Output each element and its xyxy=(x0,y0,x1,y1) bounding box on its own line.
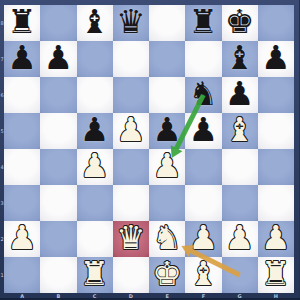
square-b6[interactable] xyxy=(40,77,76,113)
rank-label-1: 1 xyxy=(0,273,4,278)
white-pawn[interactable]: ♟ xyxy=(116,112,146,148)
square-a3[interactable] xyxy=(4,185,40,221)
square-d1[interactable] xyxy=(113,257,149,293)
square-c5[interactable]: ♟ xyxy=(77,113,113,149)
square-g6[interactable]: ♟ xyxy=(222,77,258,113)
square-a8[interactable]: ♜ xyxy=(4,5,40,41)
white-bishop[interactable]: ♝ xyxy=(225,112,255,148)
square-f1[interactable]: ♝ xyxy=(185,257,221,293)
white-king[interactable]: ♚ xyxy=(152,256,182,292)
black-bishop[interactable]: ♝ xyxy=(80,4,110,40)
square-h2[interactable]: ♟ xyxy=(258,221,294,257)
file-label-b: B xyxy=(56,294,60,299)
rank-label-5: 5 xyxy=(0,129,4,134)
file-label-c: C xyxy=(93,294,97,299)
square-h4[interactable] xyxy=(258,149,294,185)
square-d3[interactable] xyxy=(113,185,149,221)
square-d4[interactable] xyxy=(113,149,149,185)
square-d5[interactable]: ♟ xyxy=(113,113,149,149)
square-f6[interactable]: ♞ xyxy=(185,77,221,113)
file-label-g: G xyxy=(238,294,242,299)
square-f2[interactable]: ♟ xyxy=(185,221,221,257)
black-king[interactable]: ♚ xyxy=(225,4,255,40)
square-d6[interactable] xyxy=(113,77,149,113)
square-b1[interactable] xyxy=(40,257,76,293)
white-pawn[interactable]: ♟ xyxy=(80,148,110,184)
square-h6[interactable] xyxy=(258,77,294,113)
black-pawn[interactable]: ♟ xyxy=(225,76,255,112)
file-label-d: D xyxy=(129,294,133,299)
square-d7[interactable] xyxy=(113,41,149,77)
rank-label-2: 2 xyxy=(0,237,4,242)
black-bishop[interactable]: ♝ xyxy=(225,40,255,76)
white-pawn[interactable]: ♟ xyxy=(152,148,182,184)
black-rook[interactable]: ♜ xyxy=(189,4,219,40)
square-g2[interactable]: ♟ xyxy=(222,221,258,257)
square-c6[interactable] xyxy=(77,77,113,113)
black-rook[interactable]: ♜ xyxy=(7,4,37,40)
black-pawn[interactable]: ♟ xyxy=(7,40,37,76)
black-pawn[interactable]: ♟ xyxy=(44,40,74,76)
square-c3[interactable] xyxy=(77,185,113,221)
square-b7[interactable]: ♟ xyxy=(40,41,76,77)
black-pawn[interactable]: ♟ xyxy=(152,112,182,148)
square-b5[interactable] xyxy=(40,113,76,149)
square-h3[interactable] xyxy=(258,185,294,221)
rank-label-7: 7 xyxy=(0,57,4,62)
square-b8[interactable] xyxy=(40,5,76,41)
square-e6[interactable] xyxy=(149,77,185,113)
black-queen[interactable]: ♛ xyxy=(116,4,146,40)
square-c7[interactable] xyxy=(77,41,113,77)
white-pawn[interactable]: ♟ xyxy=(225,220,255,256)
white-pawn[interactable]: ♟ xyxy=(189,220,219,256)
square-a1[interactable] xyxy=(4,257,40,293)
square-b3[interactable] xyxy=(40,185,76,221)
square-b2[interactable] xyxy=(40,221,76,257)
square-g8[interactable]: ♚ xyxy=(222,5,258,41)
white-pawn[interactable]: ♟ xyxy=(261,220,291,256)
square-g4[interactable] xyxy=(222,149,258,185)
chess-board-panel: ♜♝♛♜♚♟♟♝♟♞♟♟♟♟♟♝♟♟♟♛♞♟♟♟♜♚♝♜ 87654321ABC… xyxy=(0,0,300,300)
square-g5[interactable]: ♝ xyxy=(222,113,258,149)
rank-label-8: 8 xyxy=(0,21,4,26)
square-h8[interactable] xyxy=(258,5,294,41)
white-bishop[interactable]: ♝ xyxy=(189,256,219,292)
file-label-h: H xyxy=(274,294,278,299)
square-a6[interactable] xyxy=(4,77,40,113)
square-e5[interactable]: ♟ xyxy=(149,113,185,149)
square-h1[interactable]: ♜ xyxy=(258,257,294,293)
square-g3[interactable] xyxy=(222,185,258,221)
square-a4[interactable] xyxy=(4,149,40,185)
file-label-e: E xyxy=(165,294,168,299)
square-c2[interactable] xyxy=(77,221,113,257)
square-d8[interactable]: ♛ xyxy=(113,5,149,41)
white-pawn[interactable]: ♟ xyxy=(7,220,37,256)
square-h7[interactable]: ♟ xyxy=(258,41,294,77)
black-pawn[interactable]: ♟ xyxy=(189,112,219,148)
square-c4[interactable]: ♟ xyxy=(77,149,113,185)
black-pawn[interactable]: ♟ xyxy=(80,112,110,148)
square-f8[interactable]: ♜ xyxy=(185,5,221,41)
file-label-a: A xyxy=(20,294,24,299)
square-f4[interactable] xyxy=(185,149,221,185)
white-queen[interactable]: ♛ xyxy=(116,220,146,256)
white-rook[interactable]: ♜ xyxy=(80,256,110,292)
rank-label-3: 3 xyxy=(0,201,4,206)
square-a2[interactable]: ♟ xyxy=(4,221,40,257)
square-e1[interactable]: ♚ xyxy=(149,257,185,293)
square-d2[interactable]: ♛ xyxy=(113,221,149,257)
square-e4[interactable]: ♟ xyxy=(149,149,185,185)
black-knight[interactable]: ♞ xyxy=(189,76,219,112)
square-c8[interactable]: ♝ xyxy=(77,5,113,41)
square-f7[interactable] xyxy=(185,41,221,77)
square-g1[interactable] xyxy=(222,257,258,293)
square-g7[interactable]: ♝ xyxy=(222,41,258,77)
square-e8[interactable] xyxy=(149,5,185,41)
white-knight[interactable]: ♞ xyxy=(152,220,182,256)
square-e7[interactable] xyxy=(149,41,185,77)
square-f5[interactable]: ♟ xyxy=(185,113,221,149)
square-h5[interactable] xyxy=(258,113,294,149)
rank-label-4: 4 xyxy=(0,165,4,170)
white-rook[interactable]: ♜ xyxy=(261,256,291,292)
chess-board: ♜♝♛♜♚♟♟♝♟♞♟♟♟♟♟♝♟♟♟♛♞♟♟♟♜♚♝♜ xyxy=(4,5,294,293)
square-e3[interactable] xyxy=(149,185,185,221)
square-b4[interactable] xyxy=(40,149,76,185)
square-a5[interactable] xyxy=(4,113,40,149)
square-a7[interactable]: ♟ xyxy=(4,41,40,77)
square-f3[interactable] xyxy=(185,185,221,221)
black-pawn[interactable]: ♟ xyxy=(261,40,291,76)
rank-label-6: 6 xyxy=(0,93,4,98)
square-c1[interactable]: ♜ xyxy=(77,257,113,293)
square-e2[interactable]: ♞ xyxy=(149,221,185,257)
file-label-f: F xyxy=(202,294,205,299)
